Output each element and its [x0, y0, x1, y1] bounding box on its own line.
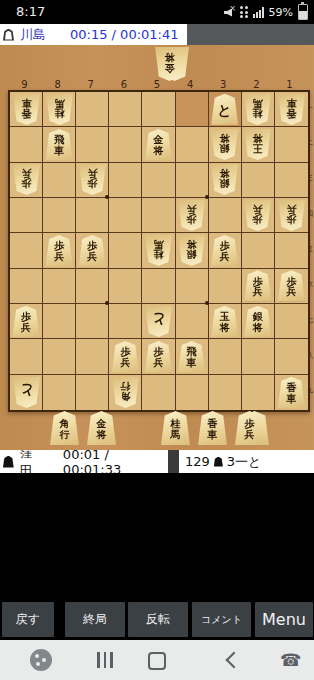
board-area: 金将金将 987654321 一二三四五六七八九 香車桂馬と桂馬香車飛車金将銀将…: [0, 45, 314, 450]
signal-icon: [253, 7, 264, 18]
flip-board-button[interactable]: 反転: [128, 602, 188, 637]
square-7八[interactable]: [76, 339, 109, 374]
square-2四[interactable]: 歩兵: [242, 198, 275, 233]
phone-icon[interactable]: ☎: [280, 649, 301, 671]
gote-lance-piece: 香車: [278, 94, 305, 125]
square-9八[interactable]: [10, 339, 43, 374]
square-9五[interactable]: [10, 233, 43, 268]
game-app-icon[interactable]: [30, 649, 52, 671]
square-4八[interactable]: 飛車: [176, 339, 209, 374]
clock-time: 8:17: [16, 4, 45, 19]
gote-king-piece: 王将: [244, 129, 271, 160]
comment-button[interactable]: コメント: [192, 602, 251, 637]
sente-tokin-piece: と: [211, 94, 238, 125]
square-3二[interactable]: 銀将: [209, 127, 242, 162]
square-3八[interactable]: [209, 339, 242, 374]
square-3一[interactable]: と: [209, 92, 242, 127]
square-1一[interactable]: 香車: [275, 92, 308, 127]
back-icon[interactable]: [226, 652, 243, 669]
menu-button[interactable]: Menu: [255, 602, 313, 637]
square-7七[interactable]: [76, 304, 109, 339]
sente-gold-piece[interactable]: 金将: [87, 411, 116, 445]
square-8六[interactable]: [43, 269, 76, 304]
home-icon[interactable]: [148, 652, 166, 670]
shogi-app-screen: 8:17 × 59% 川島 00:15 / 00:01:41 金将金将 9876…: [0, 0, 314, 680]
square-9一[interactable]: 香車: [10, 92, 43, 127]
square-3九[interactable]: [209, 375, 242, 410]
square-7五[interactable]: 歩兵: [76, 233, 109, 268]
sente-hand-tray: 角行金将桂馬香車歩兵歩兵: [0, 410, 314, 450]
sente-gold-piece: 金将: [145, 129, 172, 160]
square-8一[interactable]: 桂馬: [43, 92, 76, 127]
sente-hand-lance[interactable]: 香車: [198, 410, 227, 446]
square-8八[interactable]: [43, 339, 76, 374]
gote-pawn-piece: 歩兵: [244, 200, 271, 231]
sente-pawn-piece[interactable]: 歩兵: [235, 411, 264, 445]
square-6五[interactable]: [109, 233, 142, 268]
comment-area: [0, 473, 314, 598]
square-1三[interactable]: [275, 163, 308, 198]
sente-pawn-piece: 歩兵: [145, 341, 172, 372]
square-3四[interactable]: [209, 198, 242, 233]
gote-tokin-piece: と: [13, 377, 40, 408]
sente-player-name: 窪田: [20, 450, 45, 473]
gote-silver-piece: 銀将: [178, 235, 205, 266]
square-4七[interactable]: [176, 304, 209, 339]
square-6九[interactable]: 角行: [109, 375, 142, 410]
square-9二[interactable]: [10, 127, 43, 162]
square-5六[interactable]: [142, 269, 175, 304]
end-game-button[interactable]: 終局: [65, 602, 125, 637]
sente-silver-piece: 銀将: [244, 306, 271, 337]
square-6三[interactable]: [109, 163, 142, 198]
square-1二[interactable]: [275, 127, 308, 162]
gote-clock: 00:15 / 00:01:41: [70, 27, 179, 42]
sente-rook-piece: 飛車: [178, 341, 205, 372]
gote-knight-piece: 桂馬: [244, 94, 271, 125]
gote-pawn-piece: 歩兵: [278, 200, 305, 231]
square-3六[interactable]: [209, 269, 242, 304]
gote-knight-piece: 桂馬: [145, 235, 172, 266]
shogi-board: 香車桂馬と桂馬香車飛車金将銀将王将歩兵歩兵銀将歩兵歩兵歩兵歩兵歩兵桂馬銀将歩兵歩…: [8, 90, 310, 412]
square-2八[interactable]: [242, 339, 275, 374]
square-9三[interactable]: 歩兵: [10, 163, 43, 198]
recent-apps-icon[interactable]: [97, 652, 113, 668]
status-bar: 8:17 × 59%: [0, 0, 314, 24]
gote-silver-piece: 銀将: [211, 164, 238, 195]
square-1六[interactable]: 歩兵: [275, 269, 308, 304]
gote-lance-piece: 香車: [13, 94, 40, 125]
square-1四[interactable]: 歩兵: [275, 198, 308, 233]
square-8三[interactable]: [43, 163, 76, 198]
network-icon: [240, 6, 248, 18]
gote-pawn-piece: 歩兵: [178, 200, 205, 231]
gote-hand-tray: 金将金将: [0, 46, 314, 82]
square-5七[interactable]: と: [142, 304, 175, 339]
square-5二[interactable]: 金将: [142, 127, 175, 162]
square-9四[interactable]: [10, 198, 43, 233]
gote-pawn-piece: 歩兵: [13, 164, 40, 195]
square-1八[interactable]: [275, 339, 308, 374]
square-5四[interactable]: [142, 198, 175, 233]
square-3五[interactable]: 歩兵: [209, 233, 242, 268]
sente-king-piece: 玉将: [211, 306, 238, 337]
sente-player-bar: 窪田 00:01 / 00:01:33 129 3一と: [0, 450, 314, 473]
square-5九[interactable]: [142, 375, 175, 410]
square-9六[interactable]: [10, 269, 43, 304]
sente-pawn-piece: 歩兵: [211, 235, 238, 266]
last-move-text: 3一と: [227, 453, 262, 471]
battery-percent: 59%: [269, 6, 293, 19]
square-8七[interactable]: [43, 304, 76, 339]
gote-tokin-piece: と: [145, 306, 172, 337]
sente-lance-piece[interactable]: 香車: [198, 411, 227, 445]
square-4三[interactable]: [176, 163, 209, 198]
square-3七[interactable]: 玉将: [209, 304, 242, 339]
sente-symbol: [3, 456, 14, 468]
square-5三[interactable]: [142, 163, 175, 198]
square-3三[interactable]: 銀将: [209, 163, 242, 198]
star-point: [205, 301, 209, 305]
square-7二[interactable]: [76, 127, 109, 162]
square-9七[interactable]: 歩兵: [10, 304, 43, 339]
square-6八[interactable]: 歩兵: [109, 339, 142, 374]
square-4五[interactable]: 銀将: [176, 233, 209, 268]
square-2九[interactable]: [242, 375, 275, 410]
square-8四[interactable]: [43, 198, 76, 233]
sente-pawn-piece: 歩兵: [112, 341, 139, 372]
square-2一[interactable]: 桂馬: [242, 92, 275, 127]
star-point: [105, 301, 109, 305]
star-point: [205, 195, 209, 199]
gote-player-bar: 川島 00:15 / 00:01:41: [0, 24, 314, 45]
square-9九[interactable]: と: [10, 375, 43, 410]
bottom-button-bar: 戻す終局反転コメントMenu: [0, 598, 314, 640]
square-4一[interactable]: [176, 92, 209, 127]
square-7六[interactable]: [76, 269, 109, 304]
square-1九[interactable]: 香車: [275, 375, 308, 410]
square-7一[interactable]: [76, 92, 109, 127]
square-7九[interactable]: [76, 375, 109, 410]
sente-pawn-piece: 歩兵: [79, 235, 106, 266]
square-5八[interactable]: 歩兵: [142, 339, 175, 374]
undo-button[interactable]: 戻す: [2, 602, 54, 637]
sente-hand-knight[interactable]: 桂馬: [161, 410, 190, 446]
square-6六[interactable]: [109, 269, 142, 304]
sente-pawn-piece: 歩兵: [46, 235, 73, 266]
battery-icon: [298, 4, 308, 20]
star-point: [105, 195, 109, 199]
sente-clock: 00:01 / 00:01:33: [63, 450, 168, 473]
mute-icon: ×: [224, 7, 235, 18]
square-1七[interactable]: [275, 304, 308, 339]
sente-hand-bishop[interactable]: 角行: [50, 410, 79, 446]
square-5一[interactable]: [142, 92, 175, 127]
square-7四[interactable]: [76, 198, 109, 233]
sente-hand-pawn[interactable]: 歩兵歩兵: [235, 410, 269, 446]
sente-pawn-piece: 歩兵: [278, 270, 305, 301]
gote-gold-piece[interactable]: 金将: [155, 47, 184, 81]
square-4二[interactable]: [176, 127, 209, 162]
square-6四[interactable]: [109, 198, 142, 233]
gote-symbol: [3, 29, 14, 41]
gote-bishop-piece: 角行: [112, 377, 139, 408]
square-8九[interactable]: [43, 375, 76, 410]
sente-pawn-piece: 歩兵: [244, 270, 271, 301]
square-2二[interactable]: 王将: [242, 127, 275, 162]
gote-player-name: 川島: [20, 26, 46, 44]
square-2五[interactable]: [242, 233, 275, 268]
gote-knight-piece: 桂馬: [46, 94, 73, 125]
sente-lance-piece: 香車: [278, 377, 305, 408]
square-8二[interactable]: 飛車: [43, 127, 76, 162]
gote-hand-gold[interactable]: 金将金将: [155, 46, 189, 82]
square-6七[interactable]: [109, 304, 142, 339]
square-1五[interactable]: [275, 233, 308, 268]
square-6二[interactable]: [109, 127, 142, 162]
sente-move-symbol: [214, 457, 223, 467]
square-4九[interactable]: [176, 375, 209, 410]
gote-silver-piece: 銀将: [211, 129, 238, 160]
square-2三[interactable]: [242, 163, 275, 198]
gote-pawn-piece: 歩兵: [79, 164, 106, 195]
square-7三[interactable]: 歩兵: [76, 163, 109, 198]
sente-pawn-piece: 歩兵: [13, 306, 40, 337]
square-6一[interactable]: [109, 92, 142, 127]
move-number: 129: [185, 454, 210, 469]
sente-hand-gold[interactable]: 金将: [87, 410, 116, 446]
android-nav-bar: ☎: [0, 640, 314, 680]
square-4四[interactable]: 歩兵: [176, 198, 209, 233]
square-4六[interactable]: [176, 269, 209, 304]
sente-bishop-piece[interactable]: 角行: [50, 411, 79, 445]
square-8五[interactable]: 歩兵: [43, 233, 76, 268]
sente-knight-piece[interactable]: 桂馬: [161, 411, 190, 445]
sente-rook-piece: 飛車: [46, 129, 73, 160]
square-5五[interactable]: 桂馬: [142, 233, 175, 268]
square-2七[interactable]: 銀将: [242, 304, 275, 339]
square-2六[interactable]: 歩兵: [242, 269, 275, 304]
